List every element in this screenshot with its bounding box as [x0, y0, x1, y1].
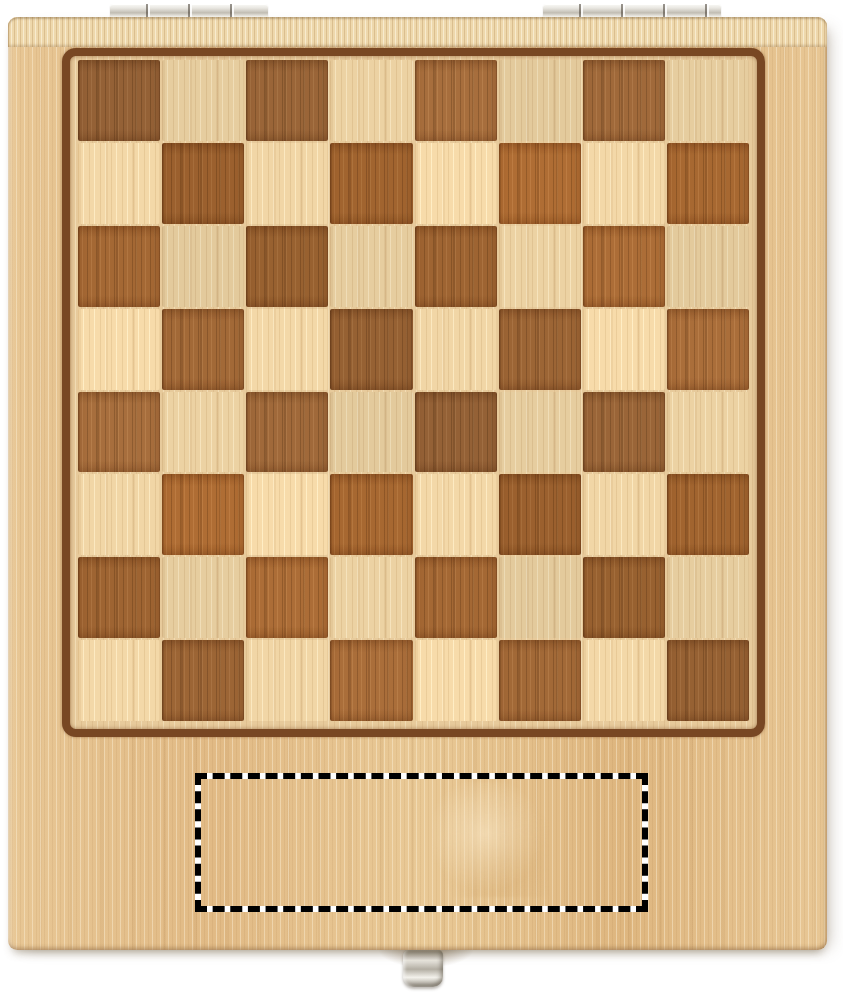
square-a4	[78, 392, 160, 473]
square-h8	[667, 60, 749, 141]
square-f2	[499, 557, 581, 638]
square-d3	[330, 474, 412, 555]
square-b5	[162, 309, 244, 390]
square-d4	[330, 392, 412, 473]
square-a1	[78, 640, 160, 721]
square-b3	[162, 474, 244, 555]
square-c1	[246, 640, 328, 721]
square-g1	[583, 640, 665, 721]
square-d5	[330, 309, 412, 390]
square-a3	[78, 474, 160, 555]
square-b2	[162, 557, 244, 638]
square-a5	[78, 309, 160, 390]
square-g8	[583, 60, 665, 141]
square-c8	[246, 60, 328, 141]
square-d8	[330, 60, 412, 141]
square-c7	[246, 143, 328, 224]
square-d1	[330, 640, 412, 721]
square-b4	[162, 392, 244, 473]
square-a6	[78, 226, 160, 307]
square-g6	[583, 226, 665, 307]
square-b6	[162, 226, 244, 307]
square-d7	[330, 143, 412, 224]
square-b1	[162, 640, 244, 721]
square-d6	[330, 226, 412, 307]
square-h2	[667, 557, 749, 638]
square-c5	[246, 309, 328, 390]
square-g7	[583, 143, 665, 224]
box-top-edge	[8, 17, 827, 47]
square-h7	[667, 143, 749, 224]
square-e3	[415, 474, 497, 555]
square-e2	[415, 557, 497, 638]
square-h4	[667, 392, 749, 473]
square-g5	[583, 309, 665, 390]
square-b7	[162, 143, 244, 224]
square-c4	[246, 392, 328, 473]
square-e8	[415, 60, 497, 141]
square-e4	[415, 392, 497, 473]
square-e5	[415, 309, 497, 390]
square-h6	[667, 226, 749, 307]
square-f3	[499, 474, 581, 555]
square-g3	[583, 474, 665, 555]
square-g4	[583, 392, 665, 473]
print-area-marking	[195, 773, 648, 912]
product-photo	[0, 0, 843, 1000]
square-c3	[246, 474, 328, 555]
square-f8	[499, 60, 581, 141]
square-h3	[667, 474, 749, 555]
chess-board-frame	[62, 48, 765, 737]
square-f4	[499, 392, 581, 473]
square-a8	[78, 60, 160, 141]
square-h1	[667, 640, 749, 721]
square-g2	[583, 557, 665, 638]
square-f6	[499, 226, 581, 307]
square-a7	[78, 143, 160, 224]
square-f7	[499, 143, 581, 224]
square-b8	[162, 60, 244, 141]
chess-box-lid	[8, 17, 827, 950]
print-area-dash-line	[195, 773, 648, 912]
square-e7	[415, 143, 497, 224]
square-c2	[246, 557, 328, 638]
square-f1	[499, 640, 581, 721]
square-e6	[415, 226, 497, 307]
square-d2	[330, 557, 412, 638]
square-e1	[415, 640, 497, 721]
chess-board-grid	[78, 60, 749, 721]
square-h5	[667, 309, 749, 390]
square-a2	[78, 557, 160, 638]
square-c6	[246, 226, 328, 307]
square-f5	[499, 309, 581, 390]
